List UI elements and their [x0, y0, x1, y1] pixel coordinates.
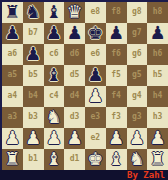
piece-black-pawn-a7[interactable]: ♟: [4, 23, 20, 43]
square-f2[interactable]: ♟: [106, 128, 127, 149]
square-h8[interactable]: h8: [147, 2, 168, 23]
square-e7[interactable]: ♚: [85, 23, 106, 44]
piece-white-bishop-c1[interactable]: ♝: [46, 149, 62, 169]
square-h3[interactable]: h3: [147, 107, 168, 128]
piece-white-pawn-a2[interactable]: ♟: [4, 128, 20, 148]
square-label-c4: c4: [49, 92, 59, 100]
square-g1[interactable]: ♞: [127, 149, 148, 170]
square-a4[interactable]: a4: [2, 86, 23, 107]
square-label-a3: a3: [8, 113, 18, 121]
square-g6[interactable]: g6: [127, 44, 148, 65]
square-h2[interactable]: ♟: [147, 128, 168, 149]
square-d7[interactable]: ♟: [64, 23, 85, 44]
piece-black-rook-a8[interactable]: ♜: [4, 2, 20, 22]
piece-black-pawn-c7[interactable]: ♟: [46, 23, 62, 43]
chess-diagram: ♜♞♝♛e8f8g8h8♟b7♟♟♚♟g7♟a6♟c6d6e6f6g6h6a5b…: [0, 0, 168, 180]
square-c3[interactable]: ♞: [44, 107, 65, 128]
square-g8[interactable]: g8: [127, 2, 148, 23]
square-d6[interactable]: d6: [64, 44, 85, 65]
piece-black-bishop-c8[interactable]: ♝: [46, 2, 62, 22]
square-label-d5: d5: [70, 71, 80, 79]
square-a3[interactable]: a3: [2, 107, 23, 128]
square-label-f8: f8: [111, 8, 121, 16]
square-g2[interactable]: ♟: [127, 128, 148, 149]
square-label-b4: b4: [28, 92, 38, 100]
square-label-g4: g4: [132, 92, 142, 100]
square-a7[interactable]: ♟: [2, 23, 23, 44]
piece-white-rook-h1[interactable]: ♜: [150, 149, 166, 169]
piece-white-pawn-c2[interactable]: ♟: [46, 128, 62, 148]
square-b6[interactable]: ♟: [23, 44, 44, 65]
square-label-f4: f4: [111, 92, 121, 100]
square-label-d4: d4: [70, 92, 80, 100]
square-d1[interactable]: d1: [64, 149, 85, 170]
piece-white-pawn-b2[interactable]: ♟: [25, 128, 41, 148]
square-label-d6: d6: [70, 50, 80, 58]
square-c2[interactable]: ♟: [44, 128, 65, 149]
piece-black-pawn-e5[interactable]: ♟: [87, 65, 103, 85]
square-c4[interactable]: c4: [44, 86, 65, 107]
square-b4[interactable]: b4: [23, 86, 44, 107]
piece-black-king-e7[interactable]: ♚: [87, 23, 103, 43]
piece-white-pawn-e4[interactable]: ♟: [87, 86, 103, 106]
square-f8[interactable]: f8: [106, 2, 127, 23]
square-e4[interactable]: ♟: [85, 86, 106, 107]
square-h4[interactable]: h4: [147, 86, 168, 107]
square-b8[interactable]: ♞: [23, 2, 44, 23]
piece-black-bishop-c5[interactable]: ♝: [46, 65, 62, 85]
square-a5[interactable]: a5: [2, 65, 23, 86]
square-a2[interactable]: ♟: [2, 128, 23, 149]
square-label-d3: d3: [70, 113, 80, 121]
piece-white-king-e1[interactable]: ♚: [87, 149, 103, 169]
piece-white-pawn-h2[interactable]: ♟: [150, 128, 166, 148]
square-f4[interactable]: f4: [106, 86, 127, 107]
piece-white-knight-c3[interactable]: ♞: [46, 107, 62, 127]
piece-white-queen-d8[interactable]: ♛: [67, 2, 83, 22]
square-label-e8: e8: [91, 8, 101, 16]
caption: By Zahl: [127, 171, 165, 180]
square-d4[interactable]: d4: [64, 86, 85, 107]
square-label-g6: g6: [132, 50, 142, 58]
square-label-h4: h4: [153, 92, 163, 100]
square-d5[interactable]: d5: [64, 65, 85, 86]
piece-black-pawn-b6[interactable]: ♟: [25, 44, 41, 64]
square-c8[interactable]: ♝: [44, 2, 65, 23]
square-label-e3: e3: [91, 113, 101, 121]
square-b5[interactable]: b5: [23, 65, 44, 86]
piece-white-pawn-d2[interactable]: ♟: [67, 128, 83, 148]
square-d2[interactable]: ♟: [64, 128, 85, 149]
square-c5[interactable]: ♝: [44, 65, 65, 86]
piece-black-pawn-f7[interactable]: ♟: [108, 23, 124, 43]
square-e3[interactable]: e3: [85, 107, 106, 128]
square-e1[interactable]: ♚: [85, 149, 106, 170]
square-d8[interactable]: ♛: [64, 2, 85, 23]
square-f7[interactable]: ♟: [106, 23, 127, 44]
square-label-d1: d1: [70, 155, 80, 163]
square-e2[interactable]: e2: [85, 128, 106, 149]
square-label-h3: h3: [153, 113, 163, 121]
square-c7[interactable]: ♟: [44, 23, 65, 44]
square-label-g8: g8: [132, 8, 142, 16]
square-label-h8: h8: [153, 8, 163, 16]
square-label-g7: g7: [132, 29, 142, 37]
piece-white-bishop-f1[interactable]: ♝: [108, 149, 124, 169]
square-label-b1: b1: [28, 155, 38, 163]
square-e5[interactable]: ♟: [85, 65, 106, 86]
square-h7[interactable]: ♟: [147, 23, 168, 44]
square-label-a6: a6: [8, 50, 18, 58]
square-b1[interactable]: b1: [23, 149, 44, 170]
square-h1[interactable]: ♜: [147, 149, 168, 170]
square-h5[interactable]: h5: [147, 65, 168, 86]
square-g5[interactable]: g5: [127, 65, 148, 86]
square-h6[interactable]: h6: [147, 44, 168, 65]
square-f6[interactable]: f6: [106, 44, 127, 65]
square-label-f6: f6: [111, 50, 121, 58]
square-label-c6: c6: [49, 50, 59, 58]
square-label-b3: b3: [28, 113, 38, 121]
square-b7[interactable]: b7: [23, 23, 44, 44]
piece-black-knight-b8[interactable]: ♞: [25, 2, 41, 22]
square-f5[interactable]: f5: [106, 65, 127, 86]
square-label-h5: h5: [153, 71, 163, 79]
piece-white-knight-g1[interactable]: ♞: [129, 149, 145, 169]
square-label-b5: b5: [28, 71, 38, 79]
square-b3[interactable]: b3: [23, 107, 44, 128]
chess-board: ♜♞♝♛e8f8g8h8♟b7♟♟♚♟g7♟a6♟c6d6e6f6g6h6a5b…: [2, 2, 168, 170]
status-bar: By Zahl: [0, 170, 168, 180]
square-c6[interactable]: c6: [44, 44, 65, 65]
square-a8[interactable]: ♜: [2, 2, 23, 23]
square-label-g5: g5: [132, 71, 142, 79]
square-label-g3: g3: [132, 113, 142, 121]
square-label-e6: e6: [91, 50, 101, 58]
square-label-b7: b7: [28, 29, 38, 37]
square-a1[interactable]: ♜: [2, 149, 23, 170]
square-label-a4: a4: [8, 92, 18, 100]
piece-black-pawn-h7[interactable]: ♟: [150, 23, 166, 43]
square-a6[interactable]: a6: [2, 44, 23, 65]
square-e6[interactable]: e6: [85, 44, 106, 65]
square-g4[interactable]: g4: [127, 86, 148, 107]
square-f1[interactable]: ♝: [106, 149, 127, 170]
square-label-f3: f3: [111, 113, 121, 121]
square-label-f5: f5: [111, 71, 121, 79]
square-b2[interactable]: ♟: [23, 128, 44, 149]
piece-black-pawn-d7[interactable]: ♟: [67, 23, 83, 43]
square-f3[interactable]: f3: [106, 107, 127, 128]
square-c1[interactable]: ♝: [44, 149, 65, 170]
piece-white-pawn-g2[interactable]: ♟: [129, 128, 145, 148]
piece-white-rook-a1[interactable]: ♜: [4, 149, 20, 169]
square-e8[interactable]: e8: [85, 2, 106, 23]
square-label-e2: e2: [91, 134, 101, 142]
piece-white-pawn-f2[interactable]: ♟: [108, 128, 124, 148]
square-d3[interactable]: d3: [64, 107, 85, 128]
square-g3[interactable]: g3: [127, 107, 148, 128]
square-label-h6: h6: [153, 50, 163, 58]
square-g7[interactable]: g7: [127, 23, 148, 44]
square-label-a5: a5: [8, 71, 18, 79]
